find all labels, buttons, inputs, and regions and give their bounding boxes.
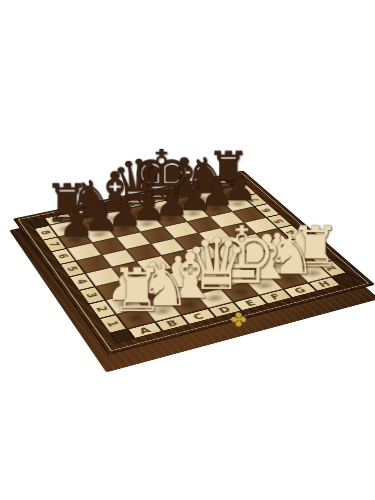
- product-photo-scene: ABCDEFGH ABCDEFGH 87654321 87654321 ♜♞♝♛…: [0, 0, 375, 500]
- perspective-wrapper: ABCDEFGH ABCDEFGH 87654321 87654321 ♜♞♝♛…: [0, 0, 375, 500]
- chess-board: ABCDEFGH ABCDEFGH 87654321 87654321 ♜♞♝♛…: [13, 171, 375, 355]
- clasp-icon: ✤: [231, 311, 246, 329]
- file-label-text: H: [316, 280, 332, 288]
- rank-label-text: 5: [65, 265, 80, 272]
- board-top-face: ABCDEFGH ABCDEFGH 87654321 87654321 ♜♞♝♛…: [13, 171, 375, 355]
- file-label-text: A: [137, 326, 152, 335]
- rank-label-text: 7: [47, 241, 61, 247]
- rank-label-text: 7: [248, 197, 261, 202]
- file-label-text: C: [191, 312, 205, 321]
- rank-label-text: 8: [39, 230, 53, 236]
- rank-label-text: 3: [84, 292, 99, 299]
- piece-white-rook: ♜: [110, 261, 164, 321]
- file-label-text: B: [164, 319, 179, 328]
- brass-clasp: ✤: [225, 309, 253, 331]
- rank-label-text: 2: [94, 305, 110, 313]
- rank-label-text: 6: [56, 253, 70, 259]
- piece-black-pawn: ♟: [59, 202, 94, 242]
- rank-label-text: 4: [75, 278, 90, 285]
